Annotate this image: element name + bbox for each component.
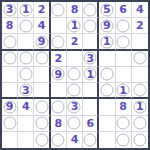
cell-r9c9[interactable]: [132, 132, 148, 148]
given-digit: 6: [119, 4, 127, 15]
odd-cell-circle-icon: [100, 84, 113, 97]
cell-r8c4[interactable]: 8: [51, 116, 67, 132]
cell-r8c8[interactable]: [116, 116, 132, 132]
cell-r6c3[interactable]: [34, 83, 50, 99]
cell-r6c1[interactable]: [2, 83, 18, 99]
cell-r9c8[interactable]: [116, 132, 132, 148]
cell-r8c2[interactable]: [18, 116, 34, 132]
cell-r8c7[interactable]: [99, 116, 115, 132]
odd-cell-circle-icon: [133, 84, 146, 97]
sudoku-board: 31285648419292123913194381864: [0, 0, 150, 150]
given-digit: 3: [6, 4, 14, 15]
odd-cell-circle-icon: [35, 133, 48, 146]
given-digit: 6: [86, 118, 94, 129]
cell-r1c6[interactable]: [83, 2, 99, 18]
cell-r5c6[interactable]: 1: [83, 67, 99, 83]
given-digit: 5: [103, 4, 111, 15]
odd-cell-circle-icon: [3, 117, 16, 130]
odd-cell-circle-icon: [19, 19, 32, 32]
cell-r4c6[interactable]: 3: [83, 51, 99, 67]
cell-r2c9[interactable]: 2: [132, 18, 148, 34]
odd-cell-circle-icon: [68, 117, 81, 130]
cell-r4c8[interactable]: [116, 51, 132, 67]
odd-cell-circle-icon: [133, 52, 146, 65]
cell-r1c5[interactable]: 8: [67, 2, 83, 18]
cell-r6c6[interactable]: [83, 83, 99, 99]
given-digit: 1: [103, 36, 111, 47]
cell-r7c7[interactable]: [99, 99, 115, 115]
cell-r2c7[interactable]: 9: [99, 18, 115, 34]
cell-r7c5[interactable]: 3: [67, 99, 83, 115]
cell-r4c9[interactable]: [132, 51, 148, 67]
cell-r5c9[interactable]: [132, 67, 148, 83]
cell-r7c8[interactable]: 8: [116, 99, 132, 115]
odd-cell-circle-icon: [68, 68, 81, 81]
cell-r2c2[interactable]: [18, 18, 34, 34]
cell-r6c2[interactable]: 3: [18, 83, 34, 99]
cell-r9c5[interactable]: 4: [67, 132, 83, 148]
given-digit: 2: [38, 4, 46, 15]
cell-r5c8[interactable]: [116, 67, 132, 83]
odd-cell-circle-icon: [84, 3, 97, 16]
cell-r9c1[interactable]: [2, 132, 18, 148]
given-digit: 1: [22, 4, 30, 15]
cell-r3c9[interactable]: [132, 34, 148, 50]
cell-r7c3[interactable]: [34, 99, 50, 115]
odd-cell-circle-icon: [117, 35, 130, 48]
odd-cell-circle-icon: [52, 100, 65, 113]
odd-cell-circle-icon: [117, 117, 130, 130]
cell-r6c8[interactable]: 1: [116, 83, 132, 99]
odd-cell-circle-icon: [35, 52, 48, 65]
cell-r1c7[interactable]: 5: [99, 2, 115, 18]
odd-cell-circle-icon: [133, 133, 146, 146]
cell-r8c9[interactable]: [132, 116, 148, 132]
cell-r2c1[interactable]: 8: [2, 18, 18, 34]
given-digit: 8: [54, 118, 62, 129]
odd-cell-circle-icon: [35, 117, 48, 130]
odd-cell-circle-icon: [84, 133, 97, 146]
cell-r3c2[interactable]: [18, 34, 34, 50]
cell-r5c5[interactable]: [67, 67, 83, 83]
cell-r4c4[interactable]: 2: [51, 51, 67, 67]
cell-r9c4[interactable]: [51, 132, 67, 148]
cell-r3c7[interactable]: 1: [99, 34, 115, 50]
given-digit: 4: [71, 134, 79, 145]
given-digit: 4: [38, 20, 46, 31]
odd-cell-circle-icon: [52, 35, 65, 48]
odd-cell-circle-icon: [84, 19, 97, 32]
given-digit: 8: [6, 20, 14, 31]
odd-cell-circle-icon: [52, 3, 65, 16]
cell-r2c5[interactable]: 1: [67, 18, 83, 34]
given-digit: 4: [136, 4, 144, 15]
cell-r8c3[interactable]: [34, 116, 50, 132]
given-digit: 9: [6, 101, 14, 112]
cell-r6c5[interactable]: [67, 83, 83, 99]
given-digit: 2: [71, 36, 79, 47]
given-digit: 2: [54, 53, 62, 64]
cell-r6c4[interactable]: [51, 83, 67, 99]
cell-r1c4[interactable]: [51, 2, 67, 18]
odd-cell-circle-icon: [19, 52, 32, 65]
given-digit: 1: [71, 20, 79, 31]
given-digit: 2: [136, 20, 144, 31]
cell-r9c6[interactable]: [83, 132, 99, 148]
odd-cell-circle-icon: [3, 35, 16, 48]
cell-r8c5[interactable]: [67, 116, 83, 132]
cell-r4c5[interactable]: [67, 51, 83, 67]
cell-r9c2[interactable]: [18, 132, 34, 148]
cell-r2c6[interactable]: [83, 18, 99, 34]
cell-r8c1[interactable]: [2, 116, 18, 132]
odd-cell-circle-icon: [133, 117, 146, 130]
given-digit: 3: [22, 85, 30, 96]
given-digit: 1: [86, 69, 94, 80]
cell-r1c2[interactable]: 1: [18, 2, 34, 18]
cell-r7c9[interactable]: 1: [132, 99, 148, 115]
odd-cell-circle-icon: [35, 100, 48, 113]
cell-r4c2[interactable]: [18, 51, 34, 67]
given-digit: 1: [119, 85, 127, 96]
cell-r7c1[interactable]: 9: [2, 99, 18, 115]
cell-r2c3[interactable]: 4: [34, 18, 50, 34]
given-digit: 3: [71, 101, 79, 112]
odd-cell-circle-icon: [68, 84, 81, 97]
cell-r5c3[interactable]: [34, 67, 50, 83]
cell-r1c3[interactable]: 2: [34, 2, 50, 18]
cell-r8c6[interactable]: 6: [83, 116, 99, 132]
cell-r3c4[interactable]: [51, 34, 67, 50]
cell-r3c1[interactable]: [2, 34, 18, 50]
cell-r4c7[interactable]: [99, 51, 115, 67]
odd-cell-circle-icon: [19, 68, 32, 81]
given-digit: 9: [103, 20, 111, 31]
cell-r5c7[interactable]: [99, 67, 115, 83]
odd-cell-circle-icon: [52, 133, 65, 146]
cell-r5c4[interactable]: 9: [51, 67, 67, 83]
cell-r1c9[interactable]: 4: [132, 2, 148, 18]
cell-r7c6[interactable]: [83, 99, 99, 115]
odd-cell-circle-icon: [117, 133, 130, 146]
cell-r6c9[interactable]: [132, 83, 148, 99]
given-digit: 4: [22, 101, 30, 112]
odd-cell-circle-icon: [3, 52, 16, 65]
odd-cell-circle-icon: [117, 19, 130, 32]
cell-r2c8[interactable]: [116, 18, 132, 34]
cell-r3c3[interactable]: 9: [34, 34, 50, 50]
cell-r7c2[interactable]: 4: [18, 99, 34, 115]
cell-r9c7[interactable]: [99, 132, 115, 148]
given-digit: 9: [38, 36, 46, 47]
given-digit: 3: [86, 53, 94, 64]
cell-r4c3[interactable]: [34, 51, 50, 67]
cell-r7c4[interactable]: [51, 99, 67, 115]
cell-r3c6[interactable]: [83, 34, 99, 50]
cell-r4c1[interactable]: [2, 51, 18, 67]
given-digit: 8: [71, 4, 79, 15]
cell-r5c2[interactable]: [18, 67, 34, 83]
given-digit: 1: [136, 101, 144, 112]
given-digit: 9: [54, 69, 62, 80]
cell-r3c5[interactable]: 2: [67, 34, 83, 50]
given-digit: 8: [119, 101, 127, 112]
odd-cell-circle-icon: [100, 68, 113, 81]
cell-r1c8[interactable]: 6: [116, 2, 132, 18]
cell-r5c1[interactable]: [2, 67, 18, 83]
cell-r6c7[interactable]: [99, 83, 115, 99]
cell-r1c1[interactable]: 3: [2, 2, 18, 18]
cell-r3c8[interactable]: [116, 34, 132, 50]
cell-r9c3[interactable]: [34, 132, 50, 148]
cell-r2c4[interactable]: [51, 18, 67, 34]
